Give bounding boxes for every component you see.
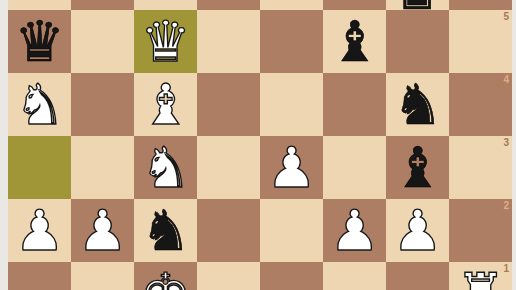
- square-a5[interactable]: ♛: [8, 10, 71, 73]
- square-h3[interactable]: 3: [449, 136, 512, 199]
- square-f5[interactable]: ♝: [323, 10, 386, 73]
- square-a3[interactable]: [8, 136, 71, 199]
- square-h1[interactable]: ♜1: [449, 262, 512, 290]
- square-f2[interactable]: ♟: [323, 199, 386, 262]
- square-e1[interactable]: [260, 262, 323, 290]
- piece-black-bishop[interactable]: ♝: [323, 10, 386, 73]
- rank-label-4: 4: [503, 74, 509, 85]
- piece-white-rook[interactable]: ♜: [449, 262, 512, 290]
- square-f1[interactable]: [323, 262, 386, 290]
- piece-white-knight[interactable]: ♞: [134, 136, 197, 199]
- square-h5[interactable]: 5: [449, 10, 512, 73]
- square-g6[interactable]: ♚: [386, 0, 449, 10]
- square-b2[interactable]: ♟: [71, 199, 134, 262]
- piece-black-bishop[interactable]: ♝: [386, 136, 449, 199]
- square-d5[interactable]: [197, 10, 260, 73]
- rank-label-5: 5: [503, 11, 509, 22]
- square-a1[interactable]: [8, 262, 71, 290]
- square-a2[interactable]: ♟: [8, 199, 71, 262]
- square-d3[interactable]: [197, 136, 260, 199]
- piece-white-queen[interactable]: ♛: [134, 10, 197, 73]
- square-c4[interactable]: ♝: [134, 73, 197, 136]
- square-b3[interactable]: [71, 136, 134, 199]
- piece-white-pawn[interactable]: ♟: [386, 199, 449, 262]
- square-d1[interactable]: [197, 262, 260, 290]
- square-g4[interactable]: ♞: [386, 73, 449, 136]
- square-c2[interactable]: ♞: [134, 199, 197, 262]
- square-g5[interactable]: [386, 10, 449, 73]
- square-e3[interactable]: ♟: [260, 136, 323, 199]
- square-f3[interactable]: [323, 136, 386, 199]
- chessboard-viewport: ♚♛♛♝5♞♝♞4♞♟♝3♟♟♞♟♟2♚♜1: [0, 0, 516, 290]
- piece-white-pawn[interactable]: ♟: [323, 199, 386, 262]
- square-f4[interactable]: [323, 73, 386, 136]
- square-g1[interactable]: [386, 262, 449, 290]
- square-e6[interactable]: [260, 0, 323, 10]
- square-c1[interactable]: ♚: [134, 262, 197, 290]
- piece-white-pawn[interactable]: ♟: [8, 199, 71, 262]
- square-g2[interactable]: ♟: [386, 199, 449, 262]
- piece-black-queen[interactable]: ♛: [8, 10, 71, 73]
- piece-black-knight[interactable]: ♞: [134, 199, 197, 262]
- square-b5[interactable]: [71, 10, 134, 73]
- piece-white-knight[interactable]: ♞: [8, 73, 71, 136]
- square-h6[interactable]: [449, 0, 512, 10]
- square-d2[interactable]: [197, 199, 260, 262]
- piece-white-bishop[interactable]: ♝: [134, 73, 197, 136]
- square-b1[interactable]: [71, 262, 134, 290]
- square-e2[interactable]: [260, 199, 323, 262]
- square-c5[interactable]: ♛: [134, 10, 197, 73]
- square-h2[interactable]: 2: [449, 199, 512, 262]
- square-d6[interactable]: [197, 0, 260, 10]
- square-b4[interactable]: [71, 73, 134, 136]
- square-g3[interactable]: ♝: [386, 136, 449, 199]
- rank-label-2: 2: [503, 200, 509, 211]
- square-h4[interactable]: 4: [449, 73, 512, 136]
- square-b6[interactable]: [71, 0, 134, 10]
- piece-white-pawn[interactable]: ♟: [71, 199, 134, 262]
- piece-black-knight[interactable]: ♞: [386, 73, 449, 136]
- rank-label-3: 3: [503, 137, 509, 148]
- square-e4[interactable]: [260, 73, 323, 136]
- square-e5[interactable]: [260, 10, 323, 73]
- square-c3[interactable]: ♞: [134, 136, 197, 199]
- piece-white-pawn[interactable]: ♟: [260, 136, 323, 199]
- chess-board: ♚♛♛♝5♞♝♞4♞♟♝3♟♟♞♟♟2♚♜1: [8, 0, 512, 290]
- square-a4[interactable]: ♞: [8, 73, 71, 136]
- square-d4[interactable]: [197, 73, 260, 136]
- piece-white-king[interactable]: ♚: [134, 262, 197, 290]
